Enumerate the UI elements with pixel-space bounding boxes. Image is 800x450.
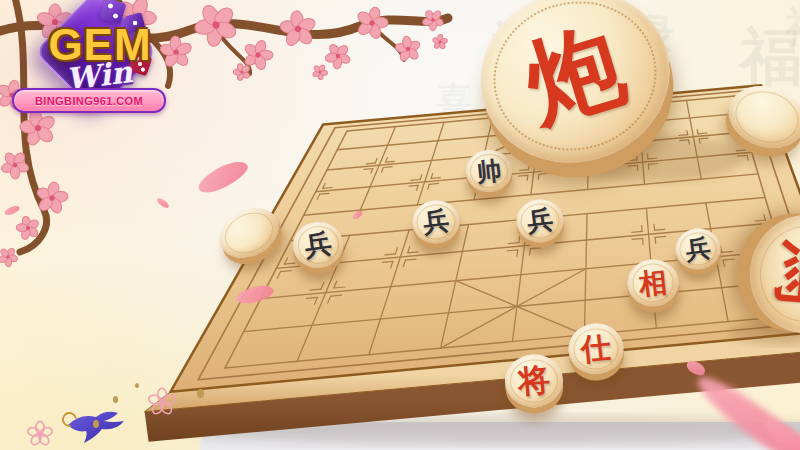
- site-url-text: BINGBING961.COM: [35, 95, 143, 107]
- falling-petal: [351, 210, 364, 221]
- petal-dot: [93, 420, 99, 428]
- promo-banner: 福富禄福寿喜福 炮帅兵兵兵兵相仕将馬 GEM: [0, 0, 800, 450]
- falling-petal: [235, 283, 275, 306]
- falling-petal: [684, 357, 707, 378]
- falling-petal: [3, 204, 20, 216]
- petal-dot: [197, 389, 204, 398]
- falling-petal: [156, 196, 171, 210]
- petal-dot: [135, 383, 139, 388]
- petal-dot: [113, 396, 118, 403]
- site-url-banner[interactable]: BINGBING961.COM: [12, 88, 166, 113]
- falling-petal: [194, 157, 251, 198]
